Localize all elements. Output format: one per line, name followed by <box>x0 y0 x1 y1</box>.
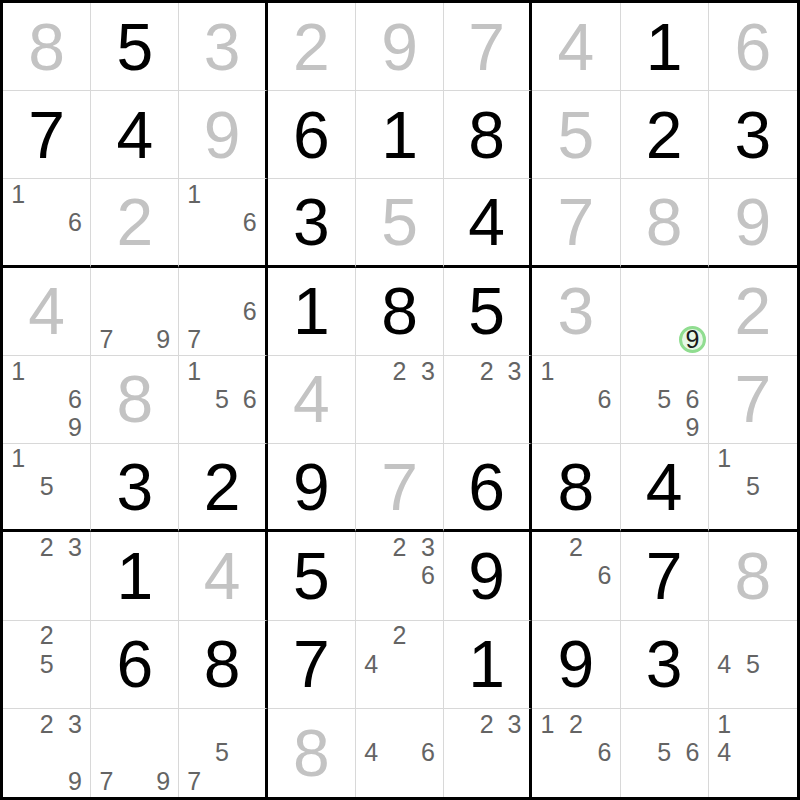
candidate-grid: 67 <box>180 269 263 354</box>
candidate-digit: 1 <box>4 180 32 208</box>
cell-r6c2[interactable]: 3 <box>91 444 179 532</box>
solved-digit: 7 <box>621 532 708 619</box>
solved-digit: 5 <box>91 3 178 90</box>
candidate-digit: 9 <box>61 767 89 796</box>
cell-r1c4[interactable]: 2 <box>268 3 356 91</box>
cell-r7c9[interactable]: 8 <box>709 532 797 620</box>
candidate-digit: 7 <box>180 767 208 796</box>
cell-r7c8[interactable]: 7 <box>621 532 709 620</box>
solved-digit: 3 <box>621 621 708 708</box>
given-digit: 7 <box>532 179 619 264</box>
cell-r8c9[interactable]: 45 <box>709 621 797 709</box>
cell-r9c6[interactable]: 23 <box>444 709 532 797</box>
solved-digit: 1 <box>356 91 443 178</box>
cell-r4c6[interactable]: 5 <box>444 268 532 356</box>
candidate-digit: 3 <box>61 533 89 561</box>
given-digit: 8 <box>268 709 355 797</box>
candidate-grid: 79 <box>92 710 177 796</box>
candidate-digit: 6 <box>414 739 442 768</box>
candidate-digit: 6 <box>590 562 618 590</box>
cell-r3c9[interactable]: 9 <box>709 179 797 267</box>
candidate-digit: 5 <box>650 739 678 768</box>
candidate-grid: 23 <box>4 533 89 618</box>
cell-r7c2[interactable]: 1 <box>91 532 179 620</box>
candidate-grid: 569 <box>622 357 707 442</box>
cell-r4c7[interactable]: 3 <box>532 268 620 356</box>
cell-r2c3[interactable]: 9 <box>179 91 267 179</box>
cell-r8c7[interactable]: 9 <box>532 621 620 709</box>
cell-r4c5[interactable]: 8 <box>356 268 444 356</box>
candidate-digit: 9 <box>61 414 89 442</box>
solved-digit: 7 <box>3 91 90 178</box>
solved-digit: 5 <box>444 268 529 355</box>
given-digit: 8 <box>91 356 178 443</box>
candidate-grid: 16 <box>180 180 263 263</box>
candidate-grid: 23 <box>445 357 528 442</box>
cell-r7c1[interactable]: 23 <box>3 532 91 620</box>
candidate-digit: 2 <box>385 622 413 650</box>
candidate-grid: 126 <box>533 710 618 796</box>
candidate-grid: 15 <box>4 445 89 528</box>
given-digit: 9 <box>179 91 264 178</box>
cell-r1c5[interactable]: 9 <box>356 3 444 91</box>
solved-digit: 2 <box>621 91 708 178</box>
solved-digit: 1 <box>444 621 529 708</box>
cell-r9c4[interactable]: 8 <box>268 709 356 797</box>
cell-r5c5[interactable]: 23 <box>356 356 444 444</box>
given-digit: 2 <box>709 268 797 355</box>
candidate-grid: 15 <box>710 445 796 528</box>
cell-r6c1[interactable]: 15 <box>3 444 91 532</box>
candidate-digit: 2 <box>385 357 413 385</box>
candidate-grid: 24 <box>357 622 442 707</box>
candidate-digit: 1 <box>4 357 32 385</box>
candidate-digit: 2 <box>473 357 501 385</box>
candidate-digit: 6 <box>236 297 264 325</box>
candidate-digit: 1 <box>180 180 208 208</box>
given-digit: 4 <box>268 356 355 443</box>
cell-r1c7[interactable]: 4 <box>532 3 620 91</box>
cell-r8c1[interactable]: 25 <box>3 621 91 709</box>
given-digit: 6 <box>709 3 797 90</box>
candidate-digit: 5 <box>32 473 60 501</box>
cell-r5c3[interactable]: 156 <box>179 356 267 444</box>
candidate-grid: 45 <box>710 622 796 707</box>
given-digit: 7 <box>356 444 443 529</box>
cell-r5c2[interactable]: 8 <box>91 356 179 444</box>
candidate-digit: 4 <box>357 739 385 768</box>
highlighted-candidate-circle[interactable]: 9 <box>679 326 706 353</box>
candidate-digit: 4 <box>357 650 385 678</box>
candidate-grid: 156 <box>180 357 263 442</box>
cell-r8c2[interactable]: 6 <box>91 621 179 709</box>
candidate-digit: 5 <box>739 650 768 678</box>
cell-r2c8[interactable]: 2 <box>621 91 709 179</box>
candidate-digit: 7 <box>92 767 120 796</box>
candidate-digit: 1 <box>710 710 739 739</box>
given-digit: 4 <box>179 532 264 619</box>
solved-digit: 1 <box>91 532 178 619</box>
cell-r4c1[interactable]: 4 <box>3 268 91 356</box>
given-digit: 7 <box>709 356 797 443</box>
cell-r2c9[interactable]: 3 <box>709 91 797 179</box>
candidate-grid: 16 <box>4 180 89 263</box>
cell-r7c7[interactable]: 26 <box>532 532 620 620</box>
solved-digit: 6 <box>444 444 529 529</box>
cell-r2c1[interactable]: 7 <box>3 91 91 179</box>
solved-digit: 7 <box>268 621 355 708</box>
given-digit: 3 <box>532 268 619 355</box>
candidate-digit: 5 <box>739 473 768 501</box>
cell-r9c1[interactable]: 239 <box>3 709 91 797</box>
cell-r5c9[interactable]: 7 <box>709 356 797 444</box>
candidate-digit: 2 <box>32 710 60 739</box>
candidate-digit: 3 <box>414 357 442 385</box>
candidate-digit: 4 <box>710 650 739 678</box>
given-digit: 8 <box>621 179 708 264</box>
cell-r3c4[interactable]: 3 <box>268 179 356 267</box>
given-digit: 3 <box>179 3 264 90</box>
candidate-digit: 1 <box>710 445 739 473</box>
cell-r9c5[interactable]: 46 <box>356 709 444 797</box>
candidate-digit: 6 <box>678 385 706 413</box>
solved-digit: 5 <box>268 532 355 619</box>
candidate-digit: 7 <box>180 325 208 353</box>
candidate-grid: 57 <box>180 710 263 796</box>
solved-digit: 2 <box>179 444 264 529</box>
solved-digit: 3 <box>268 179 355 264</box>
candidate-digit: 6 <box>236 208 264 236</box>
candidate-grid: 239 <box>4 710 89 796</box>
candidate-digit: 1 <box>533 710 561 739</box>
solved-digit: 6 <box>91 621 178 708</box>
cell-r6c8[interactable]: 4 <box>621 444 709 532</box>
solved-digit: 4 <box>621 444 708 529</box>
candidate-grid: 26 <box>533 533 618 618</box>
candidate-digit: 9 <box>149 767 177 796</box>
candidate-digit: 2 <box>562 710 590 739</box>
cell-r8c3[interactable]: 8 <box>179 621 267 709</box>
sudoku-board: 8532974167496185231621635478947967185392… <box>0 0 800 800</box>
candidate-digit-highlighted: 9 <box>678 325 706 353</box>
cell-r2c2[interactable]: 4 <box>91 91 179 179</box>
cell-r2c6[interactable]: 8 <box>444 91 532 179</box>
solved-digit: 9 <box>532 621 619 708</box>
candidate-digit: 5 <box>208 385 236 413</box>
candidate-grid: 23 <box>445 710 528 796</box>
cell-r4c9[interactable]: 2 <box>709 268 797 356</box>
candidate-grid: 79 <box>92 269 177 354</box>
cell-r6c3[interactable]: 2 <box>179 444 267 532</box>
candidate-digit: 1 <box>180 357 208 385</box>
given-digit: 8 <box>3 3 90 90</box>
cell-r2c7[interactable]: 5 <box>532 91 620 179</box>
cell-r5c7[interactable]: 16 <box>532 356 620 444</box>
cell-r8c5[interactable]: 24 <box>356 621 444 709</box>
cell-r8c4[interactable]: 7 <box>268 621 356 709</box>
candidate-digit: 3 <box>61 710 89 739</box>
cell-r4c2[interactable]: 79 <box>91 268 179 356</box>
cell-r2c4[interactable]: 6 <box>268 91 356 179</box>
candidate-digit: 3 <box>501 357 529 385</box>
cell-r3c2[interactable]: 2 <box>91 179 179 267</box>
cell-r3c7[interactable]: 7 <box>532 179 620 267</box>
solved-digit: 1 <box>621 3 708 90</box>
candidate-digit: 2 <box>32 622 60 650</box>
given-digit: 9 <box>709 179 797 264</box>
cell-r6c9[interactable]: 15 <box>709 444 797 532</box>
solved-digit: 3 <box>709 91 797 178</box>
given-digit: 2 <box>268 3 355 90</box>
given-digit: 4 <box>532 3 619 90</box>
cell-r4c4[interactable]: 1 <box>268 268 356 356</box>
candidate-digit: 6 <box>678 739 706 768</box>
cell-r5c4[interactable]: 4 <box>268 356 356 444</box>
candidate-grid: 14 <box>710 710 796 796</box>
candidate-digit: 2 <box>473 710 501 739</box>
given-digit: 7 <box>444 3 529 90</box>
given-digit: 5 <box>356 179 443 264</box>
cell-r5c6[interactable]: 23 <box>444 356 532 444</box>
candidate-grid: 23 <box>357 357 442 442</box>
cell-r7c6[interactable]: 9 <box>444 532 532 620</box>
sudoku-app: 8532974167496185231621635478947967185392… <box>0 0 800 800</box>
cell-r6c6[interactable]: 6 <box>444 444 532 532</box>
cell-r1c2[interactable]: 5 <box>91 3 179 91</box>
solved-digit: 1 <box>268 268 355 355</box>
cell-r1c6[interactable]: 7 <box>444 3 532 91</box>
candidate-digit: 2 <box>385 533 413 561</box>
given-digit: 5 <box>532 91 619 178</box>
cell-r9c3[interactable]: 57 <box>179 709 267 797</box>
given-digit: 9 <box>356 3 443 90</box>
given-digit: 2 <box>91 179 178 264</box>
cell-r7c4[interactable]: 5 <box>268 532 356 620</box>
cell-r9c8[interactable]: 56 <box>621 709 709 797</box>
candidate-digit: 6 <box>236 385 264 413</box>
candidate-grid: 46 <box>357 710 442 796</box>
cell-r3c8[interactable]: 8 <box>621 179 709 267</box>
solved-digit: 8 <box>532 444 619 529</box>
candidate-grid: 169 <box>4 357 89 442</box>
cell-r1c1[interactable]: 8 <box>3 3 91 91</box>
cell-r4c3[interactable]: 67 <box>179 268 267 356</box>
solved-digit: 9 <box>268 444 355 529</box>
cell-r7c5[interactable]: 236 <box>356 532 444 620</box>
solved-digit: 4 <box>444 179 529 264</box>
candidate-digit: 5 <box>650 385 678 413</box>
candidate-digit: 1 <box>4 445 32 473</box>
candidate-grid: 16 <box>533 357 618 442</box>
cell-r1c3[interactable]: 3 <box>179 3 267 91</box>
candidate-digit: 2 <box>562 533 590 561</box>
candidate-digit: 7 <box>92 325 120 353</box>
cell-r5c1[interactable]: 169 <box>3 356 91 444</box>
candidate-grid: 25 <box>4 622 89 707</box>
candidate-digit: 5 <box>208 739 236 768</box>
solved-digit: 9 <box>444 532 529 619</box>
candidate-digit: 6 <box>61 208 89 236</box>
cell-r3c6[interactable]: 4 <box>444 179 532 267</box>
cell-r4c8[interactable]: 9 <box>621 268 709 356</box>
cell-r8c8[interactable]: 3 <box>621 621 709 709</box>
candidate-grid: 9 <box>622 269 707 354</box>
cell-r9c7[interactable]: 126 <box>532 709 620 797</box>
cell-r7c3[interactable]: 4 <box>179 532 267 620</box>
candidate-digit: 9 <box>149 325 177 353</box>
cell-r6c5[interactable]: 7 <box>356 444 444 532</box>
cell-r2c5[interactable]: 1 <box>356 91 444 179</box>
cell-r3c5[interactable]: 5 <box>356 179 444 267</box>
candidate-digit: 3 <box>501 710 529 739</box>
candidate-digit: 5 <box>32 650 60 678</box>
cell-r3c1[interactable]: 16 <box>3 179 91 267</box>
cell-r9c9[interactable]: 14 <box>709 709 797 797</box>
candidate-digit: 6 <box>590 739 618 768</box>
cell-r3c3[interactable]: 16 <box>179 179 267 267</box>
cell-r1c8[interactable]: 1 <box>621 3 709 91</box>
solved-digit: 8 <box>444 91 529 178</box>
solved-digit: 8 <box>179 621 264 708</box>
solved-digit: 8 <box>356 268 443 355</box>
candidate-digit: 1 <box>533 357 561 385</box>
given-digit: 8 <box>709 532 797 619</box>
candidate-digit: 9 <box>678 414 706 442</box>
solved-digit: 3 <box>91 444 178 529</box>
given-digit: 4 <box>3 268 90 355</box>
candidate-digit: 6 <box>61 385 89 413</box>
candidate-grid: 236 <box>357 533 442 618</box>
candidate-grid: 56 <box>622 710 707 796</box>
candidate-digit: 6 <box>414 562 442 590</box>
candidate-digit: 3 <box>414 533 442 561</box>
candidate-digit: 4 <box>710 739 739 768</box>
cell-r5c8[interactable]: 569 <box>621 356 709 444</box>
solved-digit: 6 <box>268 91 355 178</box>
cell-r1c9[interactable]: 6 <box>709 3 797 91</box>
cell-r6c4[interactable]: 9 <box>268 444 356 532</box>
candidate-digit: 6 <box>590 385 618 413</box>
solved-digit: 4 <box>91 91 178 178</box>
cell-r8c6[interactable]: 1 <box>444 621 532 709</box>
cell-r6c7[interactable]: 8 <box>532 444 620 532</box>
cell-r9c2[interactable]: 79 <box>91 709 179 797</box>
candidate-digit: 2 <box>32 533 60 561</box>
